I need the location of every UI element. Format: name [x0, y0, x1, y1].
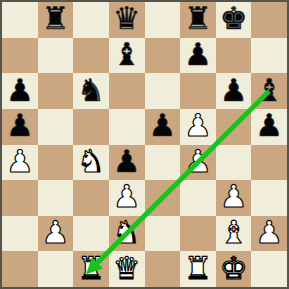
piece-white-pawn: ♟: [6, 146, 34, 177]
square-d3[interactable]: ♟: [109, 180, 145, 216]
square-d7[interactable]: ♝: [109, 38, 145, 74]
piece-black-bishop: ♝: [255, 75, 283, 106]
square-d1[interactable]: ♛: [109, 251, 145, 287]
square-d6[interactable]: [109, 73, 145, 109]
square-b7[interactable]: [38, 38, 74, 74]
piece-white-knight: ♞: [77, 146, 105, 177]
square-d2[interactable]: ♞: [109, 216, 145, 252]
square-a3[interactable]: [2, 180, 38, 216]
square-b4[interactable]: [38, 145, 74, 181]
square-g6[interactable]: ♟: [216, 73, 252, 109]
square-f6[interactable]: [180, 73, 216, 109]
piece-white-pawn: ♟: [255, 217, 283, 248]
square-d4[interactable]: ♟: [109, 145, 145, 181]
square-a2[interactable]: [2, 216, 38, 252]
piece-black-knight: ♞: [77, 75, 105, 106]
square-h6[interactable]: ♝: [251, 73, 287, 109]
square-f2[interactable]: [180, 216, 216, 252]
square-h4[interactable]: [251, 145, 287, 181]
piece-black-pawn: ♟: [6, 110, 34, 141]
piece-white-bishop: ♝: [220, 217, 248, 248]
square-c6[interactable]: ♞: [73, 73, 109, 109]
square-c4[interactable]: ♞: [73, 145, 109, 181]
square-g4[interactable]: [216, 145, 252, 181]
square-b3[interactable]: [38, 180, 74, 216]
square-a8[interactable]: [2, 2, 38, 38]
piece-white-rook: ♜: [77, 253, 105, 284]
square-a5[interactable]: ♟: [2, 109, 38, 145]
square-d8[interactable]: ♛: [109, 2, 145, 38]
square-f7[interactable]: ♟: [180, 38, 216, 74]
piece-white-pawn: ♟: [220, 181, 248, 212]
piece-white-rook: ♜: [184, 253, 212, 284]
square-g2[interactable]: ♝: [216, 216, 252, 252]
piece-white-queen: ♛: [113, 253, 141, 284]
square-a6[interactable]: ♟: [2, 73, 38, 109]
square-b2[interactable]: ♟: [38, 216, 74, 252]
square-b1[interactable]: [38, 251, 74, 287]
square-f8[interactable]: ♜: [180, 2, 216, 38]
square-c7[interactable]: [73, 38, 109, 74]
piece-black-pawn: ♟: [113, 146, 141, 177]
piece-black-king: ♚: [220, 3, 248, 34]
square-e7[interactable]: [145, 38, 181, 74]
piece-white-pawn: ♟: [42, 217, 70, 248]
square-b6[interactable]: [38, 73, 74, 109]
square-e5[interactable]: ♟: [145, 109, 181, 145]
square-h2[interactable]: ♟: [251, 216, 287, 252]
square-a7[interactable]: [2, 38, 38, 74]
square-f4[interactable]: ♟: [180, 145, 216, 181]
piece-black-pawn: ♟: [255, 110, 283, 141]
piece-black-pawn: ♟: [220, 75, 248, 106]
square-h1[interactable]: [251, 251, 287, 287]
chess-board: ♜♛♜♚♝♟♟♞♟♝♟♟♟♟♟♞♟♟♟♟♟♞♝♟♜♛♜♚: [2, 2, 287, 287]
square-f5[interactable]: ♟: [180, 109, 216, 145]
piece-black-pawn: ♟: [148, 110, 176, 141]
square-e6[interactable]: [145, 73, 181, 109]
square-e1[interactable]: [145, 251, 181, 287]
piece-white-knight: ♞: [113, 217, 141, 248]
piece-white-king: ♚: [220, 253, 248, 284]
square-a4[interactable]: ♟: [2, 145, 38, 181]
square-g1[interactable]: ♚: [216, 251, 252, 287]
piece-white-pawn: ♟: [184, 110, 212, 141]
square-e4[interactable]: [145, 145, 181, 181]
square-h3[interactable]: [251, 180, 287, 216]
square-g5[interactable]: [216, 109, 252, 145]
square-h8[interactable]: [251, 2, 287, 38]
square-f1[interactable]: ♜: [180, 251, 216, 287]
square-h5[interactable]: ♟: [251, 109, 287, 145]
piece-black-queen: ♛: [113, 3, 141, 34]
square-c5[interactable]: [73, 109, 109, 145]
square-e3[interactable]: [145, 180, 181, 216]
square-b5[interactable]: [38, 109, 74, 145]
square-g7[interactable]: [216, 38, 252, 74]
square-c3[interactable]: [73, 180, 109, 216]
square-c8[interactable]: [73, 2, 109, 38]
square-h7[interactable]: [251, 38, 287, 74]
piece-white-pawn: ♟: [184, 146, 212, 177]
piece-black-pawn: ♟: [6, 75, 34, 106]
square-g3[interactable]: ♟: [216, 180, 252, 216]
square-f3[interactable]: [180, 180, 216, 216]
square-c1[interactable]: ♜: [73, 251, 109, 287]
piece-black-pawn: ♟: [184, 39, 212, 70]
chess-board-frame: ♜♛♜♚♝♟♟♞♟♝♟♟♟♟♟♞♟♟♟♟♟♞♝♟♜♛♜♚: [0, 0, 289, 289]
square-e2[interactable]: [145, 216, 181, 252]
square-e8[interactable]: [145, 2, 181, 38]
square-a1[interactable]: [2, 251, 38, 287]
piece-black-rook: ♜: [42, 3, 70, 34]
piece-black-bishop: ♝: [113, 39, 141, 70]
square-g8[interactable]: ♚: [216, 2, 252, 38]
square-b8[interactable]: ♜: [38, 2, 74, 38]
piece-black-rook: ♜: [184, 3, 212, 34]
square-c2[interactable]: [73, 216, 109, 252]
square-d5[interactable]: [109, 109, 145, 145]
piece-white-pawn: ♟: [113, 181, 141, 212]
